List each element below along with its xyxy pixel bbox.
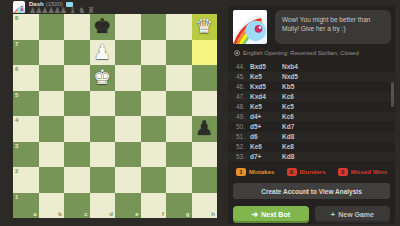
square-c8[interactable] xyxy=(64,14,90,40)
move-black[interactable]: Kc6 xyxy=(282,112,308,122)
square-b3[interactable] xyxy=(39,142,65,168)
move-list-scrollbar[interactable] xyxy=(391,82,394,107)
move-black[interactable]: Kd7 xyxy=(282,122,308,132)
square-c7[interactable] xyxy=(64,40,90,66)
rank-label-5: 5 xyxy=(15,92,18,98)
square-f7[interactable] xyxy=(141,40,167,66)
move-black[interactable]: Kb5 xyxy=(282,82,308,92)
square-g2[interactable] xyxy=(166,167,192,193)
plus-icon: + xyxy=(331,211,336,219)
move-number: 53. xyxy=(236,152,248,162)
square-f2[interactable] xyxy=(141,167,167,193)
square-g7[interactable] xyxy=(166,40,192,66)
move-number: 46. xyxy=(236,82,248,92)
move-white[interactable]: Ke5 xyxy=(250,102,276,112)
file-label-c: c xyxy=(84,211,87,217)
square-b2[interactable] xyxy=(39,167,65,193)
opponent-avatar xyxy=(13,1,25,13)
move-row: 47.Kxd4Kc6 xyxy=(228,92,395,102)
square-b5[interactable] xyxy=(39,91,65,117)
square-e3[interactable] xyxy=(115,142,141,168)
square-c5[interactable] xyxy=(64,91,90,117)
rank-label-7: 7 xyxy=(15,41,18,47)
game-summary-row: 1 Mistakes 0 Blunders 0 Missed Wins xyxy=(236,166,387,178)
move-row: 44.Bxd5Nxb4 xyxy=(228,62,395,72)
square-b1[interactable]: b xyxy=(39,193,65,219)
square-a5[interactable]: 5 xyxy=(13,91,39,117)
game-screen: Dash(1500) ♟♟♟♟♟♟♝♞♜ 8♚♛7♟6♚54♟321abcdef… xyxy=(0,0,400,226)
move-black[interactable]: Ke8 xyxy=(282,142,308,152)
square-c4[interactable] xyxy=(64,116,90,142)
square-d3[interactable] xyxy=(90,142,116,168)
move-white[interactable]: d7+ xyxy=(250,152,276,162)
game-panel: Wow! You might be better than Molly! Giv… xyxy=(228,6,395,224)
move-number: 49. xyxy=(236,112,248,122)
bot-chat-bubble: Wow! You might be better than Molly! Giv… xyxy=(275,10,391,44)
move-number: 48. xyxy=(236,102,248,112)
move-black[interactable]: Kc5 xyxy=(282,102,308,112)
black-pawn[interactable]: ♟ xyxy=(192,116,218,141)
blunders-label: Blunders xyxy=(300,169,326,175)
move-white[interactable]: Kxd5 xyxy=(250,82,276,92)
square-d4[interactable] xyxy=(90,116,116,142)
rank-label-8: 8 xyxy=(15,15,18,21)
create-account-analysis-button[interactable]: Create Account to View Analysis xyxy=(233,183,390,199)
move-row: 45.Ke5Nxd5 xyxy=(228,72,395,82)
move-row: 50.d5+Kd7 xyxy=(228,122,395,132)
square-c1[interactable]: c xyxy=(64,193,90,219)
square-g3[interactable] xyxy=(166,142,192,168)
square-a3[interactable]: 3 xyxy=(13,142,39,168)
move-white[interactable]: d6 xyxy=(250,132,276,142)
move-white[interactable]: Ke6 xyxy=(250,142,276,152)
square-g8[interactable] xyxy=(166,14,192,40)
move-black[interactable]: Kc6 xyxy=(282,92,308,102)
square-h6[interactable] xyxy=(192,65,218,91)
file-label-g: g xyxy=(186,211,190,217)
square-e1[interactable]: e xyxy=(115,193,141,219)
square-c3[interactable] xyxy=(64,142,90,168)
white-pawn[interactable]: ♟ xyxy=(90,40,116,65)
move-row: 49.d4+Kc6 xyxy=(228,112,395,122)
move-row: 46.Kxd5Kb5 xyxy=(228,82,395,92)
square-h7[interactable] xyxy=(192,40,218,66)
file-label-b: b xyxy=(58,211,62,217)
square-h3[interactable] xyxy=(192,142,218,168)
square-h1[interactable]: h xyxy=(192,193,218,219)
new-game-label: New Game xyxy=(338,211,374,218)
opening-name[interactable]: English Opening: Reversed Sicilian, Clos… xyxy=(243,50,359,56)
move-row: 48.Ke5Kc5 xyxy=(228,102,395,112)
move-row: 51.d6Kd8 xyxy=(228,132,395,142)
square-f5[interactable] xyxy=(141,91,167,117)
square-e4[interactable] xyxy=(115,116,141,142)
white-king[interactable]: ♚ xyxy=(90,65,116,90)
square-e2[interactable] xyxy=(115,167,141,193)
square-f4[interactable] xyxy=(141,116,167,142)
blunders-count: 0 xyxy=(287,168,297,176)
move-white[interactable]: d4+ xyxy=(250,112,276,122)
footer-buttons: ➜ Next Bot + New Game xyxy=(233,206,390,223)
square-a7[interactable]: 7 xyxy=(13,40,39,66)
square-h4[interactable]: ♟ xyxy=(192,116,218,142)
square-h2[interactable] xyxy=(192,167,218,193)
square-g6[interactable] xyxy=(166,65,192,91)
move-white[interactable]: Bxd5 xyxy=(250,62,276,72)
move-number: 45. xyxy=(236,72,248,82)
square-d7[interactable]: ♟ xyxy=(90,40,116,66)
square-e7[interactable] xyxy=(115,40,141,66)
square-d1[interactable]: d xyxy=(90,193,116,219)
rainbow-dash-avatar-icon xyxy=(233,10,267,44)
opening-row[interactable]: English Opening: Reversed Sicilian, Clos… xyxy=(234,50,389,56)
square-b8[interactable] xyxy=(39,14,65,40)
move-list[interactable]: 44.Bxd5Nxb445.Ke5Nxd546.Kxd5Kb547.Kxd4Kc… xyxy=(228,62,395,163)
mistakes-label: Mistakes xyxy=(249,169,274,175)
mistakes-chip: 1 Mistakes xyxy=(236,168,274,176)
move-black[interactable]: Nxb4 xyxy=(282,62,308,72)
file-label-a: a xyxy=(33,211,36,217)
move-white[interactable]: Ke5 xyxy=(250,72,276,82)
blunders-chip: 0 Blunders xyxy=(287,168,326,176)
square-e8[interactable] xyxy=(115,14,141,40)
square-d5[interactable] xyxy=(90,91,116,117)
opponent-bar: Dash(1500) ♟♟♟♟♟♟♝♞♜ xyxy=(13,0,217,14)
move-black[interactable]: Kd8 xyxy=(282,152,308,162)
square-g1[interactable]: g xyxy=(166,193,192,219)
missed-wins-chip: 0 Missed Wins xyxy=(338,168,387,176)
file-label-h: h xyxy=(211,211,215,217)
rank-label-6: 6 xyxy=(15,66,18,72)
bot-chat-message: Wow! You might be better than Molly! Giv… xyxy=(282,16,370,32)
missed-wins-count: 0 xyxy=(338,168,348,176)
file-label-d: d xyxy=(109,211,113,217)
move-number: 47. xyxy=(236,92,248,102)
square-b7[interactable] xyxy=(39,40,65,66)
bot-chat-row: Wow! You might be better than Molly! Giv… xyxy=(233,10,391,44)
square-f1[interactable]: f xyxy=(141,193,167,219)
next-bot-button[interactable]: ➜ Next Bot xyxy=(233,206,309,223)
square-h5[interactable] xyxy=(192,91,218,117)
square-g4[interactable] xyxy=(166,116,192,142)
move-number: 52. xyxy=(236,142,248,152)
move-white[interactable]: Kxd4 xyxy=(250,92,276,102)
square-a1[interactable]: 1a xyxy=(13,193,39,219)
square-a6[interactable]: 6 xyxy=(13,65,39,91)
captured-pieces: ♟♟♟♟♟♟♝♞♜ xyxy=(29,7,94,14)
rainbow-dash-avatar-icon xyxy=(13,3,25,13)
rank-label-2: 2 xyxy=(15,168,18,174)
square-b6[interactable] xyxy=(39,65,65,91)
square-d8[interactable]: ♚ xyxy=(90,14,116,40)
square-d2[interactable] xyxy=(90,167,116,193)
move-number: 51. xyxy=(236,132,248,142)
square-b4[interactable] xyxy=(39,116,65,142)
black-king[interactable]: ♚ xyxy=(90,14,116,39)
move-white[interactable]: d5+ xyxy=(250,122,276,132)
square-d6[interactable]: ♚ xyxy=(90,65,116,91)
square-a4[interactable]: 4 xyxy=(13,116,39,142)
move-row: 52.Ke6Ke8 xyxy=(228,142,395,152)
rank-label-1: 1 xyxy=(15,194,18,200)
move-black[interactable]: Nxd5 xyxy=(282,72,308,82)
square-e5[interactable] xyxy=(115,91,141,117)
mistakes-count: 1 xyxy=(236,168,246,176)
missed-wins-label: Missed Wins xyxy=(351,169,387,175)
file-label-e: e xyxy=(135,211,138,217)
square-f8[interactable] xyxy=(141,14,167,40)
square-c2[interactable] xyxy=(64,167,90,193)
rank-label-3: 3 xyxy=(15,143,18,149)
square-e6[interactable] xyxy=(115,65,141,91)
move-number: 50. xyxy=(236,122,248,132)
next-bot-label: Next Bot xyxy=(261,211,290,218)
move-number: 44. xyxy=(236,62,248,72)
square-h8[interactable]: ♛ xyxy=(192,14,218,40)
square-c6[interactable] xyxy=(64,65,90,91)
new-game-button[interactable]: + New Game xyxy=(315,206,391,223)
square-g5[interactable] xyxy=(166,91,192,117)
move-row: 53.d7+Kd8 xyxy=(228,152,395,162)
square-f6[interactable] xyxy=(141,65,167,91)
square-a8[interactable]: 8 xyxy=(13,14,39,40)
bot-avatar xyxy=(233,10,267,44)
opening-book-icon xyxy=(234,50,240,56)
white-queen[interactable]: ♛ xyxy=(192,14,218,39)
square-a2[interactable]: 2 xyxy=(13,167,39,193)
rank-label-4: 4 xyxy=(15,117,18,123)
square-f3[interactable] xyxy=(141,142,167,168)
arrow-right-icon: ➜ xyxy=(252,211,259,219)
move-black[interactable]: Kd8 xyxy=(282,132,308,142)
chess-board[interactable]: 8♚♛7♟6♚54♟321abcdefgh xyxy=(13,14,217,218)
file-label-f: f xyxy=(162,211,164,217)
